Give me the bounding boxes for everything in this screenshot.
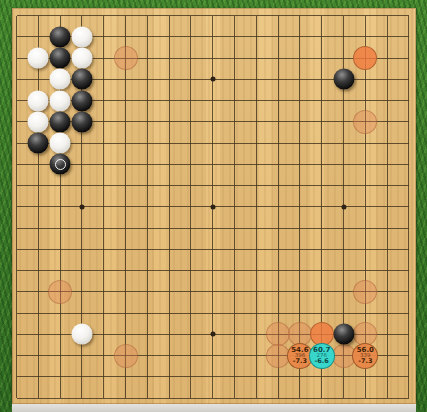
go-app-window: 54.6396-7.360.7276-6.656.0339-7.3 xyxy=(0,0,427,412)
grid-line-horizontal xyxy=(17,313,409,314)
grid-line-horizontal xyxy=(17,249,409,250)
black-stone-C14 xyxy=(50,111,71,132)
white-stone-B15 xyxy=(28,90,49,111)
suggestion-ghost-F17[interactable] xyxy=(114,46,138,70)
go-board[interactable]: 54.6396-7.360.7276-6.656.0339-7.3 xyxy=(12,8,416,404)
suggestion-ghost-F3[interactable] xyxy=(114,344,138,368)
suggestion-move-P3[interactable]: 60.7276-6.6 xyxy=(309,343,335,369)
suggestion-score: -7.3 xyxy=(358,358,372,364)
suggestion-move-R3[interactable]: 56.0339-7.3 xyxy=(352,343,378,369)
grid-line-vertical xyxy=(234,16,235,399)
black-stone-D14 xyxy=(71,111,92,132)
star-point xyxy=(210,204,215,209)
black-stone-D16 xyxy=(71,69,92,90)
grid-line-horizontal xyxy=(17,376,409,377)
suggestion-visits: 339 xyxy=(360,353,371,358)
star-point xyxy=(79,204,84,209)
suggestion-visits: 276 xyxy=(316,353,327,358)
star-point xyxy=(210,77,215,82)
window-bottom-strip xyxy=(12,404,416,412)
white-stone-C16 xyxy=(50,69,71,90)
black-stone-Q4 xyxy=(333,324,354,345)
white-stone-D17 xyxy=(71,48,92,69)
white-stone-B17 xyxy=(28,48,49,69)
grid-line-horizontal xyxy=(17,228,409,229)
white-stone-B14 xyxy=(28,111,49,132)
suggestion-ghost-C6[interactable] xyxy=(48,280,72,304)
star-point xyxy=(210,332,215,337)
black-stone-B13 xyxy=(28,133,49,154)
grid-line-vertical xyxy=(408,16,409,399)
black-stone-C18 xyxy=(50,26,71,47)
star-point xyxy=(341,204,346,209)
grid-line-horizontal xyxy=(17,291,409,292)
grid-line-vertical xyxy=(256,16,257,399)
black-stone-D15 xyxy=(71,90,92,111)
white-stone-C15 xyxy=(50,90,71,111)
suggestion-ghost-R6[interactable] xyxy=(353,280,377,304)
suggestion-ghost-R14[interactable] xyxy=(353,110,377,134)
grid-line-horizontal xyxy=(17,398,409,399)
grid-line-horizontal xyxy=(17,270,409,271)
black-stone-Q16 xyxy=(333,69,354,90)
suggestion-candidate-R17[interactable] xyxy=(353,46,377,70)
white-stone-D4 xyxy=(71,324,92,345)
white-stone-D18 xyxy=(71,26,92,47)
white-stone-C13 xyxy=(50,133,71,154)
black-stone-C12 xyxy=(50,154,71,175)
suggestion-score: -7.3 xyxy=(293,358,307,364)
black-stone-C17 xyxy=(50,48,71,69)
suggestion-score: -6.6 xyxy=(315,358,329,364)
grid-line-vertical xyxy=(387,16,388,399)
suggestion-visits: 396 xyxy=(295,353,306,358)
last-move-marker xyxy=(55,159,66,170)
